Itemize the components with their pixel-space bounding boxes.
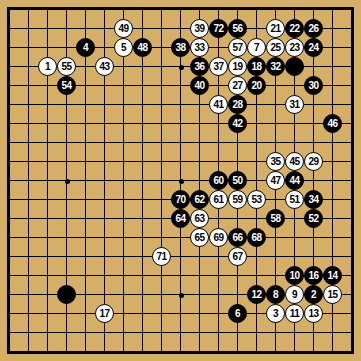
stone-white-19: 19 — [228, 57, 247, 76]
stone-black-54: 54 — [57, 76, 76, 95]
stone-white-31: 31 — [285, 95, 304, 114]
stone-white-5: 5 — [114, 38, 133, 57]
stone-white-49: 49 — [114, 19, 133, 38]
stone-black-16: 16 — [304, 266, 323, 285]
stone-black-36: 36 — [190, 57, 209, 76]
stone-white-55: 55 — [57, 57, 76, 76]
stone-black-60: 60 — [209, 171, 228, 190]
stone-white-69: 69 — [209, 228, 228, 247]
stone-black-64: 64 — [171, 209, 190, 228]
stone-white-7: 7 — [247, 38, 266, 57]
stone-black-40: 40 — [190, 76, 209, 95]
stone-black-14: 14 — [323, 266, 342, 285]
stone-black-68: 68 — [247, 228, 266, 247]
stone-black-22: 22 — [285, 19, 304, 38]
stone-black-58: 58 — [266, 209, 285, 228]
stone-black-24: 24 — [304, 38, 323, 57]
stone-white-33: 33 — [190, 38, 209, 57]
stone-black-56: 56 — [228, 19, 247, 38]
stone-black-48: 48 — [133, 38, 152, 57]
stone-black-4: 4 — [76, 38, 95, 57]
stone-black-62: 62 — [190, 190, 209, 209]
stone-black-38: 38 — [171, 38, 190, 57]
stone-white-67: 67 — [228, 247, 247, 266]
stone-white-71: 71 — [152, 247, 171, 266]
stone-white-15: 15 — [323, 285, 342, 304]
stone-black-2: 2 — [304, 285, 323, 304]
stone-white-3: 3 — [266, 304, 285, 323]
stone-white-23: 23 — [285, 38, 304, 57]
stone-black-72: 72 — [209, 19, 228, 38]
stone-layer: 1234567891011121314151617181920212223242… — [0, 0, 361, 361]
stone-black-70: 70 — [171, 190, 190, 209]
stone-white-25: 25 — [266, 38, 285, 57]
stone-white-37: 37 — [209, 57, 228, 76]
stone-white-53: 53 — [247, 190, 266, 209]
stone-white-51: 51 — [285, 190, 304, 209]
stone-white-59: 59 — [228, 190, 247, 209]
stone-black-handicap — [285, 57, 304, 76]
stone-black-52: 52 — [304, 209, 323, 228]
stone-black-handicap — [57, 285, 76, 304]
stone-black-66: 66 — [228, 228, 247, 247]
stone-white-45: 45 — [285, 152, 304, 171]
stone-white-41: 41 — [209, 95, 228, 114]
stone-white-63: 63 — [190, 209, 209, 228]
stone-black-26: 26 — [304, 19, 323, 38]
stone-white-17: 17 — [95, 304, 114, 323]
stone-black-32: 32 — [266, 57, 285, 76]
stone-white-57: 57 — [228, 38, 247, 57]
go-board: 1234567891011121314151617181920212223242… — [0, 0, 361, 361]
stone-black-6: 6 — [228, 304, 247, 323]
stone-black-42: 42 — [228, 114, 247, 133]
stone-white-29: 29 — [304, 152, 323, 171]
stone-white-47: 47 — [266, 171, 285, 190]
stone-black-20: 20 — [247, 76, 266, 95]
stone-black-44: 44 — [285, 171, 304, 190]
stone-white-21: 21 — [266, 19, 285, 38]
stone-white-1: 1 — [38, 57, 57, 76]
stone-white-61: 61 — [209, 190, 228, 209]
stone-black-30: 30 — [304, 76, 323, 95]
stone-black-8: 8 — [266, 285, 285, 304]
stone-white-35: 35 — [266, 152, 285, 171]
stone-white-65: 65 — [190, 228, 209, 247]
stone-white-11: 11 — [285, 304, 304, 323]
stone-black-46: 46 — [323, 114, 342, 133]
stone-black-28: 28 — [228, 95, 247, 114]
stone-black-50: 50 — [228, 171, 247, 190]
stone-black-34: 34 — [304, 190, 323, 209]
stone-white-13: 13 — [304, 304, 323, 323]
stone-black-10: 10 — [285, 266, 304, 285]
stone-white-39: 39 — [190, 19, 209, 38]
stone-white-43: 43 — [95, 57, 114, 76]
stone-black-18: 18 — [247, 57, 266, 76]
stone-black-12: 12 — [247, 285, 266, 304]
stone-white-9: 9 — [285, 285, 304, 304]
stone-white-27: 27 — [228, 76, 247, 95]
